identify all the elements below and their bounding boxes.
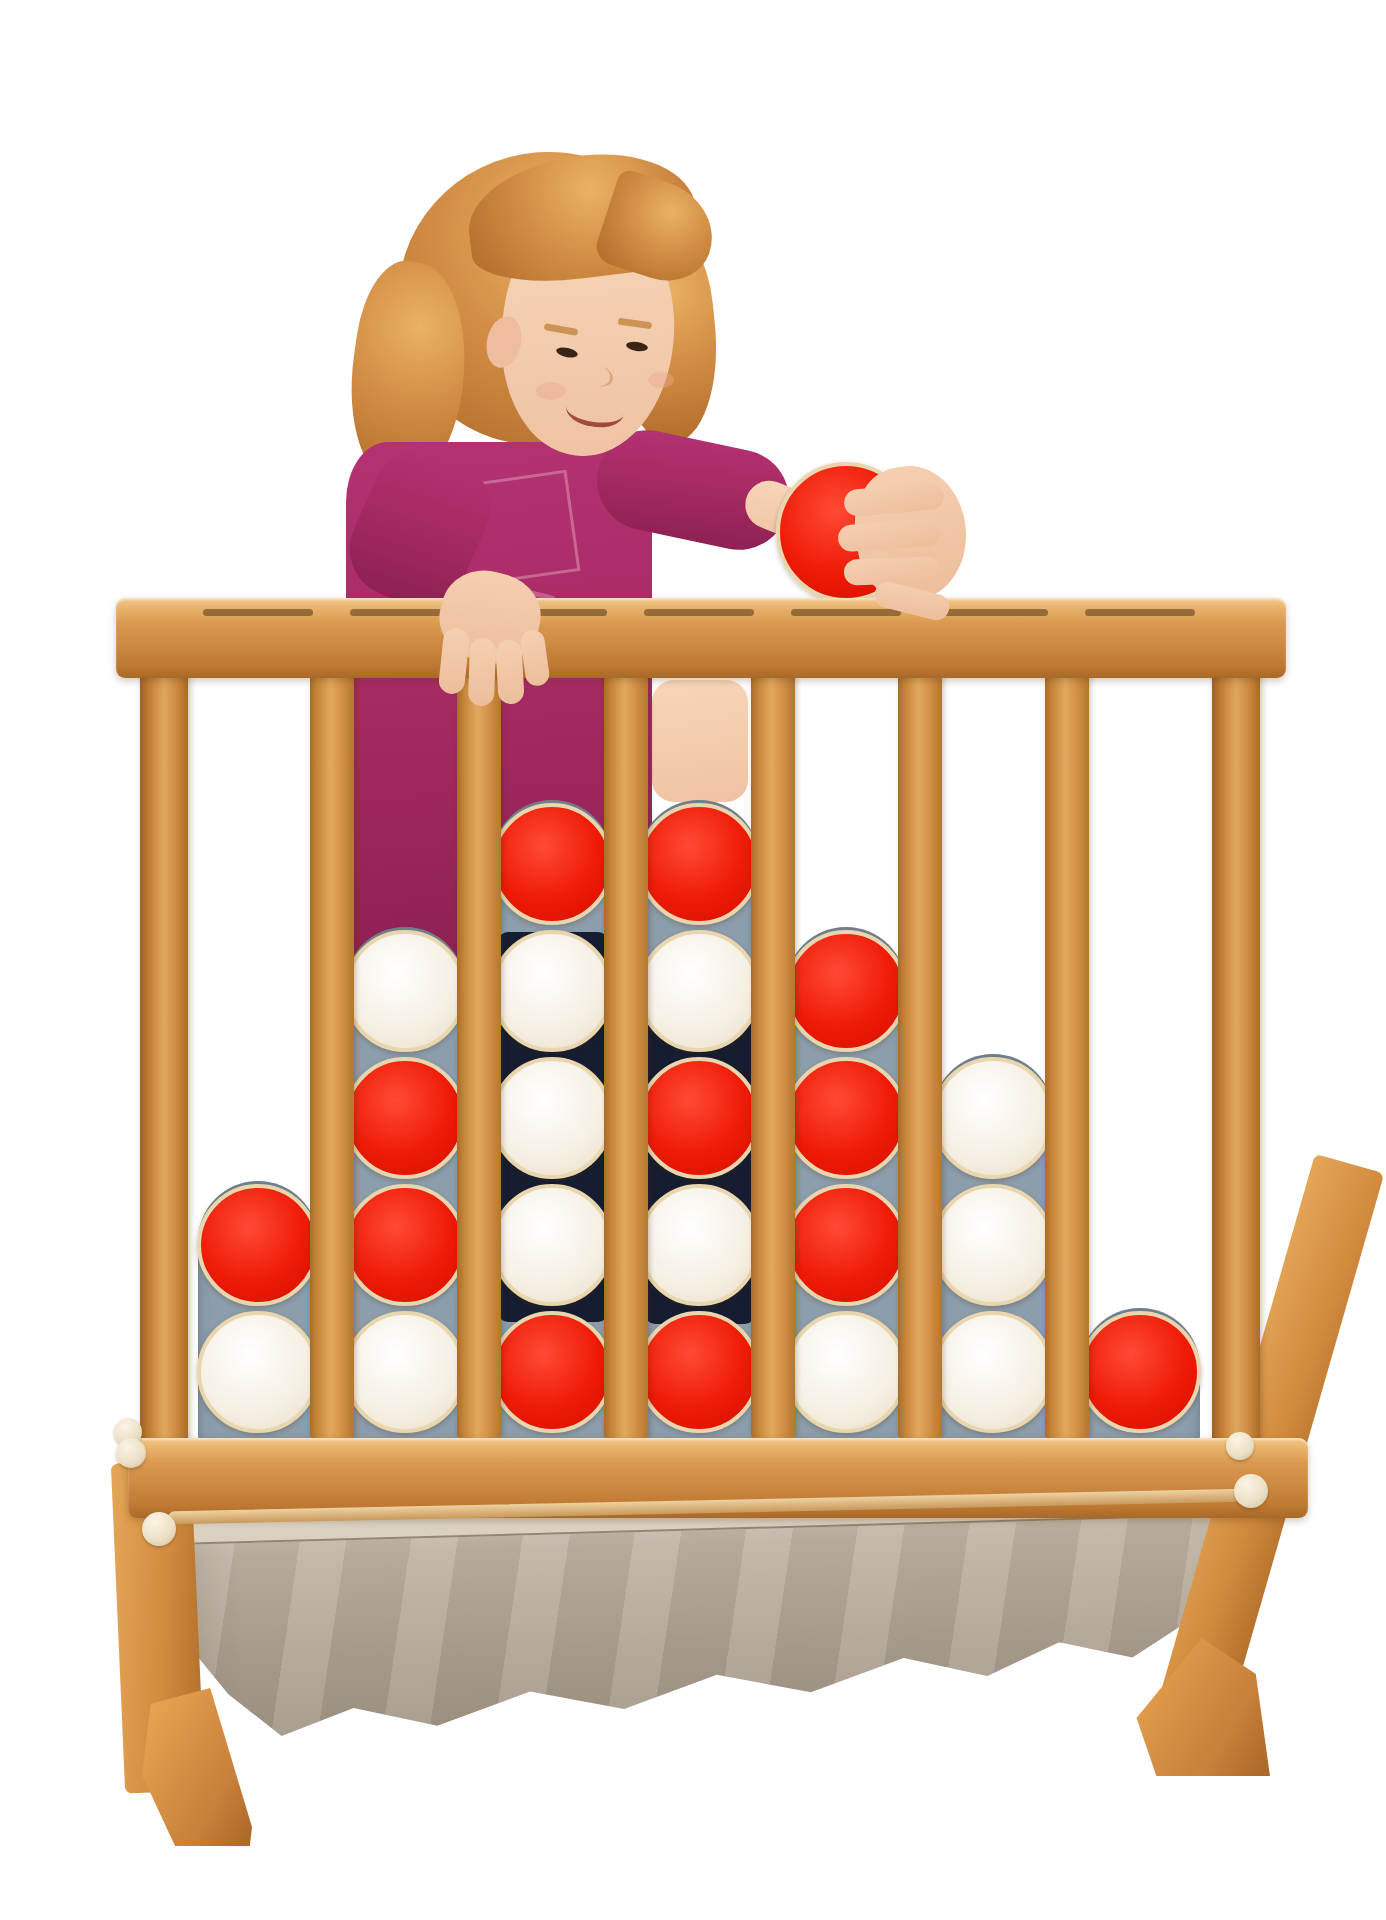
scene (0, 0, 1386, 1920)
column-2-drop-zone[interactable] (353, 678, 457, 1436)
knob-lower-left (142, 1512, 176, 1546)
column-4-drop-zone[interactable] (647, 678, 751, 1436)
cheek-right (648, 372, 674, 388)
slot-column-4 (644, 609, 754, 616)
slot-column-5 (791, 609, 901, 616)
column-5-drop-zone[interactable] (794, 678, 898, 1436)
cheek-left (536, 382, 566, 400)
slot-column-6 (938, 609, 1048, 616)
knob-lower-right (1234, 1474, 1268, 1508)
knob-mid-left (116, 1438, 146, 1468)
slat-4 (751, 670, 795, 1438)
board-top-rail (116, 598, 1286, 678)
right-hand-finger-3 (844, 556, 941, 585)
slat-3 (604, 670, 648, 1438)
column-3-drop-zone[interactable] (500, 678, 604, 1436)
left-foot (142, 1688, 252, 1846)
slot-column-7 (1085, 609, 1195, 616)
column-1-drop-zone[interactable] (206, 678, 310, 1436)
disc-storage-bag (192, 1488, 1240, 1805)
knob-upper-right (1226, 1432, 1254, 1460)
right-foot (1128, 1638, 1270, 1776)
column-7-drop-zone[interactable] (1088, 678, 1192, 1436)
left-hand-finger-2 (468, 638, 496, 707)
slat-2 (457, 670, 501, 1438)
slat-1 (310, 670, 354, 1438)
slat-5 (898, 670, 942, 1438)
right-frame-post (1212, 656, 1260, 1456)
left-frame-post (140, 656, 188, 1456)
column-6-drop-zone[interactable] (941, 678, 1045, 1436)
slat-6 (1045, 670, 1089, 1438)
slot-column-1 (203, 609, 313, 616)
